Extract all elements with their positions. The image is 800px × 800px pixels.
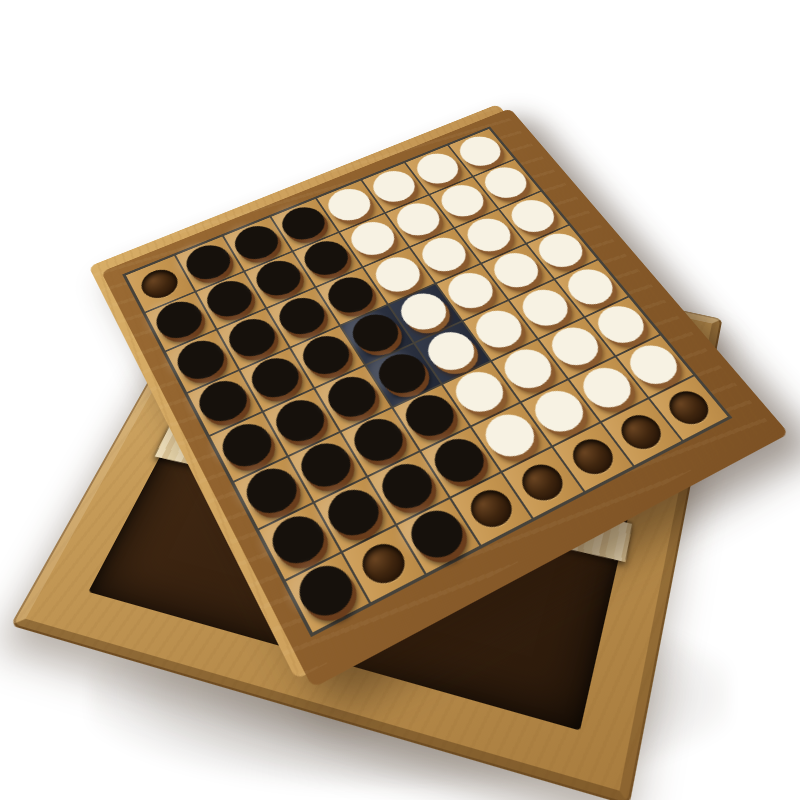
hole-b8 [355, 537, 412, 591]
scene: ●●●●●●●●●●●●●●●●●●●●●●●●●●●●●●●●●●●●●●●●… [0, 0, 800, 800]
hole-f8 [565, 433, 621, 481]
hole-d8 [463, 484, 520, 535]
hole-g8 [614, 409, 669, 455]
hole-e8 [515, 458, 571, 507]
hole-h8 [661, 386, 716, 431]
